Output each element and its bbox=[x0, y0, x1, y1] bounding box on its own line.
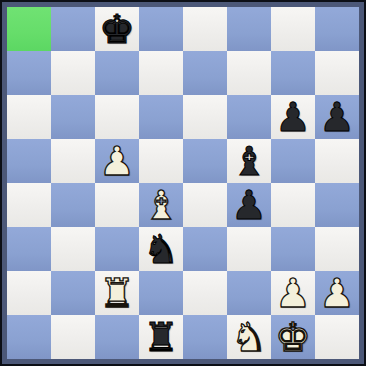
square-c6[interactable] bbox=[95, 95, 139, 139]
square-f3[interactable] bbox=[227, 227, 271, 271]
square-f1[interactable]: ♞ bbox=[227, 315, 271, 359]
square-c7[interactable] bbox=[95, 51, 139, 95]
board-inner-frame: ♚♟♟♟♝♝♟♞♜♟♟♜♞♚ bbox=[2, 2, 364, 364]
white-pawn[interactable]: ♟ bbox=[271, 271, 315, 315]
square-d2[interactable] bbox=[139, 271, 183, 315]
square-h3[interactable] bbox=[315, 227, 359, 271]
square-b5[interactable] bbox=[51, 139, 95, 183]
square-a7[interactable] bbox=[7, 51, 51, 95]
square-g3[interactable] bbox=[271, 227, 315, 271]
square-g6[interactable]: ♟ bbox=[271, 95, 315, 139]
square-b1[interactable] bbox=[51, 315, 95, 359]
black-king[interactable]: ♚ bbox=[95, 7, 139, 51]
square-b3[interactable] bbox=[51, 227, 95, 271]
square-c4[interactable] bbox=[95, 183, 139, 227]
square-c5[interactable]: ♟ bbox=[95, 139, 139, 183]
square-a5[interactable] bbox=[7, 139, 51, 183]
square-f2[interactable] bbox=[227, 271, 271, 315]
square-g8[interactable] bbox=[271, 7, 315, 51]
square-c3[interactable] bbox=[95, 227, 139, 271]
square-d4[interactable]: ♝ bbox=[139, 183, 183, 227]
white-rook[interactable]: ♜ bbox=[95, 271, 139, 315]
square-b7[interactable] bbox=[51, 51, 95, 95]
square-f8[interactable] bbox=[227, 7, 271, 51]
square-f4[interactable]: ♟ bbox=[227, 183, 271, 227]
black-pawn[interactable]: ♟ bbox=[227, 183, 271, 227]
square-g1[interactable]: ♚ bbox=[271, 315, 315, 359]
square-d6[interactable] bbox=[139, 95, 183, 139]
chess-board: ♚♟♟♟♝♝♟♞♜♟♟♜♞♚ bbox=[7, 7, 359, 359]
square-h5[interactable] bbox=[315, 139, 359, 183]
square-b4[interactable] bbox=[51, 183, 95, 227]
black-pawn[interactable]: ♟ bbox=[315, 95, 359, 139]
square-d8[interactable] bbox=[139, 7, 183, 51]
square-d3[interactable]: ♞ bbox=[139, 227, 183, 271]
square-h2[interactable]: ♟ bbox=[315, 271, 359, 315]
white-king[interactable]: ♚ bbox=[271, 315, 315, 359]
square-f7[interactable] bbox=[227, 51, 271, 95]
black-pawn[interactable]: ♟ bbox=[271, 95, 315, 139]
square-b8[interactable] bbox=[51, 7, 95, 51]
square-e4[interactable] bbox=[183, 183, 227, 227]
square-h6[interactable]: ♟ bbox=[315, 95, 359, 139]
square-g7[interactable] bbox=[271, 51, 315, 95]
white-pawn[interactable]: ♟ bbox=[95, 139, 139, 183]
square-e2[interactable] bbox=[183, 271, 227, 315]
square-e3[interactable] bbox=[183, 227, 227, 271]
black-rook[interactable]: ♜ bbox=[139, 315, 183, 359]
square-c1[interactable] bbox=[95, 315, 139, 359]
square-h4[interactable] bbox=[315, 183, 359, 227]
square-f5[interactable]: ♝ bbox=[227, 139, 271, 183]
square-h7[interactable] bbox=[315, 51, 359, 95]
black-bishop[interactable]: ♝ bbox=[227, 139, 271, 183]
square-g2[interactable]: ♟ bbox=[271, 271, 315, 315]
black-knight[interactable]: ♞ bbox=[139, 227, 183, 271]
square-h1[interactable] bbox=[315, 315, 359, 359]
square-e7[interactable] bbox=[183, 51, 227, 95]
square-a3[interactable] bbox=[7, 227, 51, 271]
square-c8[interactable]: ♚ bbox=[95, 7, 139, 51]
square-a6[interactable] bbox=[7, 95, 51, 139]
square-d7[interactable] bbox=[139, 51, 183, 95]
white-pawn[interactable]: ♟ bbox=[315, 271, 359, 315]
square-e6[interactable] bbox=[183, 95, 227, 139]
square-e5[interactable] bbox=[183, 139, 227, 183]
square-a2[interactable] bbox=[7, 271, 51, 315]
white-knight[interactable]: ♞ bbox=[227, 315, 271, 359]
square-c2[interactable]: ♜ bbox=[95, 271, 139, 315]
square-b6[interactable] bbox=[51, 95, 95, 139]
square-h8[interactable] bbox=[315, 7, 359, 51]
square-a4[interactable] bbox=[7, 183, 51, 227]
square-d5[interactable] bbox=[139, 139, 183, 183]
square-e8[interactable] bbox=[183, 7, 227, 51]
square-g4[interactable] bbox=[271, 183, 315, 227]
square-a8[interactable] bbox=[7, 7, 51, 51]
square-f6[interactable] bbox=[227, 95, 271, 139]
white-bishop[interactable]: ♝ bbox=[139, 183, 183, 227]
square-d1[interactable]: ♜ bbox=[139, 315, 183, 359]
board-frame: ♚♟♟♟♝♝♟♞♜♟♟♜♞♚ bbox=[0, 0, 366, 366]
square-g5[interactable] bbox=[271, 139, 315, 183]
square-a1[interactable] bbox=[7, 315, 51, 359]
square-b2[interactable] bbox=[51, 271, 95, 315]
square-e1[interactable] bbox=[183, 315, 227, 359]
